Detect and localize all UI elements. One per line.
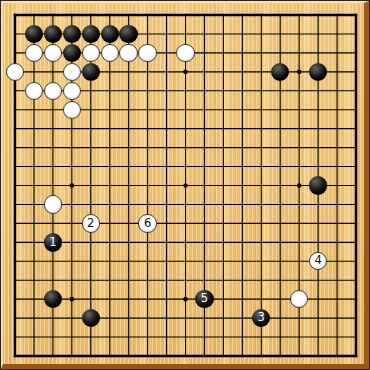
black-stone[interactable] <box>63 44 81 62</box>
black-stone[interactable] <box>44 25 62 43</box>
black-stone[interactable] <box>309 63 327 81</box>
white-stone[interactable] <box>82 44 100 62</box>
white-stone[interactable]: 2 <box>82 214 100 232</box>
black-stone[interactable] <box>309 176 327 194</box>
white-stone[interactable] <box>44 44 62 62</box>
black-stone[interactable] <box>119 25 137 43</box>
white-stone[interactable] <box>101 44 119 62</box>
black-stone[interactable] <box>82 309 100 327</box>
white-stone[interactable] <box>6 63 24 81</box>
black-stone[interactable] <box>44 290 62 308</box>
white-stone[interactable] <box>63 82 81 100</box>
black-stone[interactable] <box>63 25 81 43</box>
stones-layer: 261453 <box>6 6 366 366</box>
white-stone[interactable] <box>44 195 62 213</box>
black-stone[interactable]: 3 <box>252 309 270 327</box>
move-number: 1 <box>49 236 56 248</box>
white-stone[interactable] <box>44 82 62 100</box>
white-stone[interactable] <box>63 101 81 119</box>
white-stone[interactable] <box>25 82 43 100</box>
go-board[interactable]: 261453 <box>0 0 370 370</box>
move-number: 5 <box>201 293 208 305</box>
black-stone[interactable]: 5 <box>195 290 213 308</box>
white-stone[interactable]: 6 <box>138 214 156 232</box>
white-stone[interactable] <box>119 44 137 62</box>
white-stone[interactable]: 4 <box>309 252 327 270</box>
black-stone[interactable] <box>271 63 289 81</box>
white-stone[interactable] <box>176 44 194 62</box>
black-stone[interactable]: 1 <box>44 233 62 251</box>
black-stone[interactable] <box>82 25 100 43</box>
black-stone[interactable] <box>101 25 119 43</box>
black-stone[interactable] <box>82 63 100 81</box>
white-stone[interactable] <box>138 44 156 62</box>
move-number: 3 <box>258 312 265 324</box>
white-stone[interactable] <box>63 63 81 81</box>
black-stone[interactable] <box>25 25 43 43</box>
white-stone[interactable] <box>25 44 43 62</box>
white-stone[interactable] <box>290 290 308 308</box>
move-number: 4 <box>314 255 321 267</box>
move-number: 6 <box>144 217 151 229</box>
move-number: 2 <box>87 217 94 229</box>
